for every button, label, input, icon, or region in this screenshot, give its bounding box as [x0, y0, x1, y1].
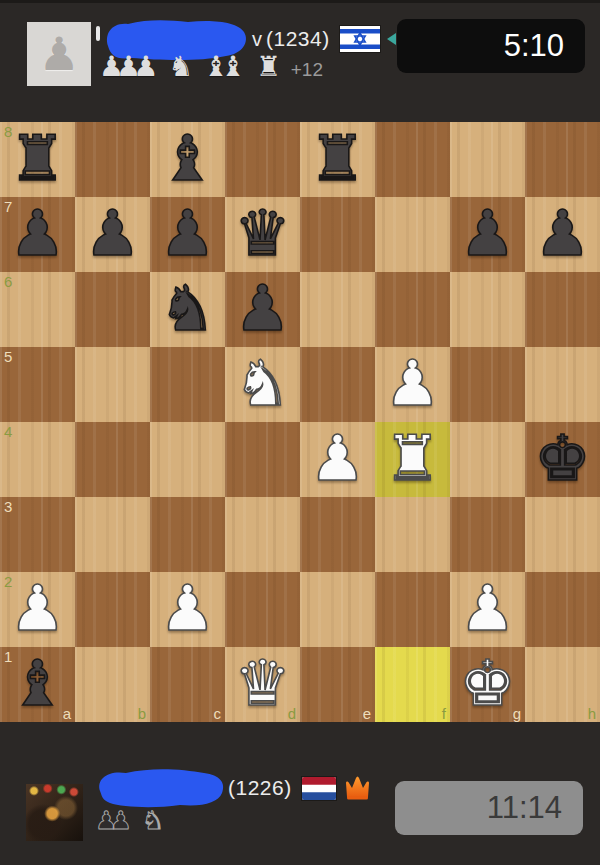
- file-label-e: e: [363, 705, 371, 722]
- square-c6[interactable]: ♞: [150, 272, 225, 347]
- rank-label-5: 5: [4, 348, 12, 365]
- bottom-player-clock: 11:14: [395, 781, 583, 835]
- white-pawn[interactable]: ♟: [150, 572, 225, 645]
- square-h5[interactable]: [525, 347, 600, 422]
- square-g7[interactable]: ♟: [450, 197, 525, 272]
- square-c7[interactable]: ♟: [150, 197, 225, 272]
- square-e5[interactable]: [300, 347, 375, 422]
- square-c3[interactable]: [150, 497, 225, 572]
- file-label-c: c: [214, 705, 222, 722]
- square-b3[interactable]: [75, 497, 150, 572]
- square-g6[interactable]: [450, 272, 525, 347]
- square-g3[interactable]: [450, 497, 525, 572]
- rank-label-1: 1: [4, 648, 12, 665]
- black-rook[interactable]: ♜: [300, 122, 375, 195]
- censored-username-scribble: [92, 765, 228, 811]
- square-a3[interactable]: 3: [0, 497, 75, 572]
- square-b8[interactable]: [75, 122, 150, 197]
- square-d1[interactable]: ♛d: [225, 647, 300, 722]
- square-e2[interactable]: [300, 572, 375, 647]
- square-h4[interactable]: ♚: [525, 422, 600, 497]
- square-f2[interactable]: [375, 572, 450, 647]
- square-f1[interactable]: f: [375, 647, 450, 722]
- square-e1[interactable]: e: [300, 647, 375, 722]
- captured-white-knight: ♞: [168, 50, 203, 83]
- black-knight[interactable]: ♞: [150, 272, 225, 345]
- square-d8[interactable]: [225, 122, 300, 197]
- square-e6[interactable]: [300, 272, 375, 347]
- square-f4[interactable]: ♜: [375, 422, 450, 497]
- black-bishop[interactable]: ♝: [150, 122, 225, 195]
- square-d6[interactable]: ♟: [225, 272, 300, 347]
- square-f5[interactable]: ♟: [375, 347, 450, 422]
- captured-white-rook: ♜: [256, 50, 291, 83]
- square-c8[interactable]: ♝: [150, 122, 225, 197]
- square-d4[interactable]: [225, 422, 300, 497]
- white-pawn[interactable]: ♟: [300, 422, 375, 495]
- rank-label-6: 6: [4, 273, 12, 290]
- black-pawn[interactable]: ♟: [450, 197, 525, 270]
- square-c4[interactable]: [150, 422, 225, 497]
- file-label-a: a: [63, 705, 71, 722]
- top-player-captured-pieces: ♟♟♟ ♞ ♝♝ ♜ +12: [99, 50, 323, 83]
- square-g4[interactable]: [450, 422, 525, 497]
- black-pawn[interactable]: ♟: [525, 197, 600, 270]
- file-label-d: d: [288, 705, 296, 722]
- square-f7[interactable]: [375, 197, 450, 272]
- square-d3[interactable]: [225, 497, 300, 572]
- square-b4[interactable]: [75, 422, 150, 497]
- black-pawn[interactable]: ♟: [150, 197, 225, 270]
- chat-bubble-tail-icon: [387, 33, 396, 45]
- square-g5[interactable]: [450, 347, 525, 422]
- bottom-player-captured-pieces: ♟♟ ♞: [95, 806, 174, 835]
- chess-app-screen: ♟ v (1234) ♟♟♟ ♞ ♝♝ ♜ +12 5:10 ♜8♝♜♟7♟♟♛…: [0, 0, 600, 865]
- square-f8[interactable]: [375, 122, 450, 197]
- square-e3[interactable]: [300, 497, 375, 572]
- square-b2[interactable]: [75, 572, 150, 647]
- pawn-placeholder-icon: ♟: [38, 22, 79, 86]
- square-f3[interactable]: [375, 497, 450, 572]
- square-f6[interactable]: [375, 272, 450, 347]
- orange-crown-flair-icon: [343, 774, 372, 802]
- netherlands-flag-icon: [302, 777, 336, 800]
- captured-white-pawns: ♟♟♟: [99, 50, 168, 83]
- square-a1[interactable]: ♝1a: [0, 647, 75, 722]
- black-pawn[interactable]: ♟: [225, 272, 300, 345]
- top-player-clock: 5:10: [397, 19, 585, 73]
- material-advantage-badge: +12: [291, 59, 323, 81]
- white-rook[interactable]: ♜: [375, 422, 450, 495]
- rank-label-8: 8: [4, 123, 12, 140]
- square-e4[interactable]: ♟: [300, 422, 375, 497]
- square-h2[interactable]: [525, 572, 600, 647]
- black-king[interactable]: ♚: [525, 422, 600, 495]
- square-a4[interactable]: 4: [0, 422, 75, 497]
- captured-black-pawns: ♟♟: [95, 806, 142, 835]
- square-g2[interactable]: ♟: [450, 572, 525, 647]
- top-player-rating: (1234): [266, 27, 330, 51]
- square-b7[interactable]: ♟: [75, 197, 150, 272]
- square-c2[interactable]: ♟: [150, 572, 225, 647]
- square-c1[interactable]: c: [150, 647, 225, 722]
- rank-label-3: 3: [4, 498, 12, 515]
- bottom-player-name-row[interactable]: (1226): [92, 764, 372, 812]
- bottom-player-avatar[interactable]: [26, 784, 83, 841]
- rank-label-7: 7: [4, 198, 12, 215]
- file-label-h: h: [588, 705, 596, 722]
- square-e7[interactable]: [300, 197, 375, 272]
- file-label-b: b: [138, 705, 146, 722]
- square-a2[interactable]: ♟2: [0, 572, 75, 647]
- square-a5[interactable]: 5: [0, 347, 75, 422]
- square-d5[interactable]: ♞: [225, 347, 300, 422]
- square-g8[interactable]: [450, 122, 525, 197]
- square-h7[interactable]: ♟: [525, 197, 600, 272]
- square-b6[interactable]: [75, 272, 150, 347]
- rank-label-4: 4: [4, 423, 12, 440]
- square-g1[interactable]: ♚g: [450, 647, 525, 722]
- square-b1[interactable]: b: [75, 647, 150, 722]
- square-h6[interactable]: [525, 272, 600, 347]
- captured-white-bishops: ♝♝: [203, 50, 255, 83]
- white-pawn[interactable]: ♟: [450, 572, 525, 645]
- square-a6[interactable]: 6: [0, 272, 75, 347]
- chess-board: ♜8♝♜♟7♟♟♛♟♟6♞♟5♞♟4♟♜♚3♟2♟♟♝1abc♛def♚gh: [0, 122, 600, 722]
- top-player-avatar[interactable]: ♟: [27, 22, 91, 86]
- square-a7[interactable]: ♟7: [0, 197, 75, 272]
- square-h1[interactable]: h: [525, 647, 600, 722]
- black-pawn[interactable]: ♟: [75, 197, 150, 270]
- name-visible-suffix: v: [252, 28, 262, 51]
- israel-flag-icon: [340, 26, 380, 52]
- square-d7[interactable]: ♛: [225, 197, 300, 272]
- square-c5[interactable]: [150, 347, 225, 422]
- square-b5[interactable]: [75, 347, 150, 422]
- bottom-player-rating: (1226): [228, 776, 292, 800]
- square-e8[interactable]: ♜: [300, 122, 375, 197]
- file-label-f: f: [442, 705, 446, 722]
- square-d2[interactable]: [225, 572, 300, 647]
- captured-black-knight: ♞: [142, 806, 174, 835]
- white-pawn[interactable]: ♟: [375, 347, 450, 420]
- file-label-g: g: [513, 705, 521, 722]
- square-h3[interactable]: [525, 497, 600, 572]
- square-a8[interactable]: ♜8: [0, 122, 75, 197]
- rank-label-2: 2: [4, 573, 12, 590]
- black-queen[interactable]: ♛: [225, 197, 300, 270]
- square-h8[interactable]: [525, 122, 600, 197]
- white-knight[interactable]: ♞: [225, 347, 300, 420]
